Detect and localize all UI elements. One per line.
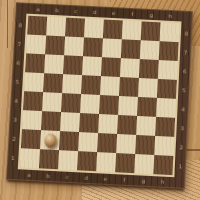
coordinate-label: 7 [182, 42, 190, 61]
square-e2 [97, 133, 117, 153]
square-c2 [59, 131, 79, 151]
square-h4 [156, 98, 176, 118]
coordinate-label: a [19, 171, 38, 178]
square-a7 [26, 35, 46, 55]
square-a6 [25, 53, 45, 73]
coordinate-label: g [134, 177, 153, 184]
square-c3 [60, 112, 80, 132]
square-h6 [158, 60, 178, 80]
square-g4 [137, 97, 157, 117]
square-a1 [20, 148, 40, 168]
square-f6 [120, 58, 140, 78]
square-h7 [159, 41, 179, 61]
square-c8 [65, 18, 85, 38]
square-h3 [155, 117, 175, 137]
square-e3 [98, 114, 118, 134]
board-field [18, 14, 182, 178]
square-b3 [41, 111, 61, 131]
square-h5 [157, 79, 177, 99]
square-f5 [119, 77, 139, 97]
square-d3 [79, 113, 99, 133]
square-a4 [23, 91, 43, 111]
square-e6 [101, 57, 121, 77]
square-g1 [134, 154, 154, 174]
coordinate-label: 2 [10, 129, 18, 148]
square-d2 [78, 132, 98, 152]
square-b8 [46, 17, 66, 37]
square-f7 [121, 39, 141, 59]
coordinate-label: 2 [177, 137, 185, 156]
chessboard: abcdefgh abcdefgh 87654321 87654321 [6, 2, 193, 189]
coordinate-label: 4 [12, 91, 20, 110]
square-c4 [61, 93, 81, 113]
coordinate-label: f [115, 176, 134, 183]
coordinate-label: 3 [178, 118, 186, 137]
square-b1 [39, 149, 59, 169]
floor-plank-seam [7, 0, 8, 48]
floor-plank-seam [186, 149, 200, 151]
square-h1 [153, 155, 173, 175]
coordinate-label: d [85, 9, 104, 16]
coordinate-label: e [104, 10, 123, 17]
square-c7 [64, 36, 84, 56]
board-photo-scene: abcdefgh abcdefgh 87654321 87654321 [0, 0, 200, 200]
coordinate-label: h [153, 178, 172, 185]
coordinate-label: 1 [176, 156, 184, 175]
square-e4 [99, 95, 119, 115]
coordinate-label: b [47, 7, 66, 14]
square-c5 [62, 74, 82, 94]
coordinate-label: 5 [13, 72, 21, 91]
square-b5 [43, 73, 63, 93]
coordinate-label: e [96, 175, 115, 182]
square-c1 [58, 150, 78, 170]
square-b2 [40, 130, 60, 150]
coordinate-label: c [66, 8, 85, 15]
square-f1 [115, 153, 135, 173]
square-g2 [135, 135, 155, 155]
coordinate-label: 8 [183, 24, 191, 43]
coordinate-label: c [57, 173, 76, 180]
coordinate-label: 6 [181, 61, 189, 80]
coordinate-label: d [77, 174, 96, 181]
square-e8 [103, 20, 123, 40]
square-g5 [138, 78, 158, 98]
square-e5 [100, 76, 120, 96]
wooden-pawn-piece [44, 133, 57, 148]
square-b4 [42, 92, 62, 112]
square-a2 [21, 129, 41, 149]
square-g6 [139, 59, 159, 79]
square-f8 [122, 20, 142, 40]
square-d5 [81, 75, 101, 95]
square-d6 [82, 56, 102, 76]
square-a5 [24, 72, 44, 92]
coordinate-label: 7 [15, 34, 23, 53]
coordinate-label: 6 [14, 53, 22, 72]
coordinate-label: f [123, 11, 142, 18]
square-h2 [154, 136, 174, 156]
square-c6 [63, 55, 83, 75]
square-e7 [102, 38, 122, 58]
square-a8 [27, 16, 47, 36]
square-f4 [118, 96, 138, 116]
coordinate-label: h [161, 12, 180, 19]
square-f3 [117, 115, 137, 135]
coordinate-label: g [142, 12, 161, 19]
square-h8 [160, 22, 180, 42]
square-d8 [84, 19, 104, 39]
coordinate-label: 4 [179, 99, 187, 118]
coordinate-label: b [38, 172, 57, 179]
square-g8 [141, 21, 161, 41]
square-b7 [45, 35, 65, 55]
square-g3 [136, 116, 156, 136]
square-a3 [22, 110, 42, 130]
square-d7 [83, 37, 103, 57]
coordinate-label: 1 [9, 148, 17, 167]
square-f2 [116, 134, 136, 154]
coordinate-label: 5 [180, 80, 188, 99]
square-d1 [77, 151, 97, 171]
square-g7 [140, 40, 160, 60]
square-e1 [96, 152, 116, 172]
coordinate-label: a [29, 6, 48, 13]
coordinate-label: 8 [16, 15, 24, 34]
square-b6 [44, 54, 64, 74]
square-d4 [80, 94, 100, 114]
coordinate-label: 3 [11, 110, 19, 129]
